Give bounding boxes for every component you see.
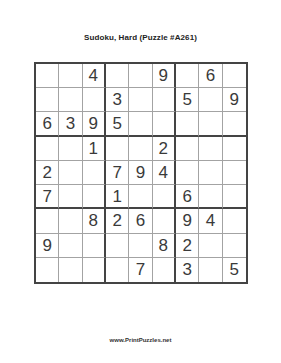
sudoku-cell-r4c3: 1 — [83, 137, 106, 161]
sudoku-cell-r6c8 — [199, 185, 222, 209]
sudoku-cell-r3c8 — [199, 112, 222, 136]
sudoku-cell-r3c1: 6 — [36, 112, 59, 136]
sudoku-cell-r5c7 — [176, 161, 199, 185]
sudoku-cell-r8c2 — [59, 234, 82, 258]
sudoku-cell-r6c3 — [83, 185, 106, 209]
puzzle-page: Sudoku, Hard (Puzzle #A261) 496359639512… — [0, 0, 281, 363]
sudoku-cell-r3c2: 3 — [59, 112, 82, 136]
sudoku-cell-r1c6: 9 — [153, 64, 176, 88]
sudoku-cell-r4c8 — [199, 137, 222, 161]
sudoku-cell-r7c4: 2 — [106, 209, 129, 233]
sudoku-cell-r8c6: 8 — [153, 234, 176, 258]
sudoku-cell-r5c5: 9 — [129, 161, 152, 185]
footer-url: www.PrintPuzzles.net — [0, 337, 281, 343]
sudoku-cell-r4c5 — [129, 137, 152, 161]
sudoku-cell-r6c5 — [129, 185, 152, 209]
sudoku-cell-r4c2 — [59, 137, 82, 161]
sudoku-cell-r5c2 — [59, 161, 82, 185]
sudoku-cell-r2c3 — [83, 88, 106, 112]
sudoku-cell-r5c9 — [223, 161, 246, 185]
sudoku-cell-r4c9 — [223, 137, 246, 161]
sudoku-cell-r5c8 — [199, 161, 222, 185]
sudoku-cell-r9c1 — [36, 258, 59, 282]
sudoku-cell-r4c1 — [36, 137, 59, 161]
sudoku-cell-r3c5 — [129, 112, 152, 136]
sudoku-cell-r6c1: 7 — [36, 185, 59, 209]
sudoku-cell-r5c6: 4 — [153, 161, 176, 185]
sudoku-cell-r9c7: 3 — [176, 258, 199, 282]
sudoku-cell-r7c6 — [153, 209, 176, 233]
sudoku-cell-r1c5 — [129, 64, 152, 88]
sudoku-cell-r2c5 — [129, 88, 152, 112]
sudoku-cell-r2c4: 3 — [106, 88, 129, 112]
sudoku-cell-r6c6 — [153, 185, 176, 209]
sudoku-cell-r4c7 — [176, 137, 199, 161]
sudoku-cell-r2c7: 5 — [176, 88, 199, 112]
sudoku-cell-r9c9: 5 — [223, 258, 246, 282]
sudoku-cell-r8c1: 9 — [36, 234, 59, 258]
sudoku-cell-r7c1 — [36, 209, 59, 233]
sudoku-cell-r9c2 — [59, 258, 82, 282]
sudoku-cell-r9c4 — [106, 258, 129, 282]
sudoku-cell-r3c4: 5 — [106, 112, 129, 136]
sudoku-cell-r1c7 — [176, 64, 199, 88]
sudoku-cell-r3c7 — [176, 112, 199, 136]
sudoku-cell-r2c8 — [199, 88, 222, 112]
sudoku-cell-r6c7: 6 — [176, 185, 199, 209]
sudoku-cell-r3c9 — [223, 112, 246, 136]
sudoku-cell-r4c4 — [106, 137, 129, 161]
sudoku-cell-r2c1 — [36, 88, 59, 112]
sudoku-cell-r9c6 — [153, 258, 176, 282]
sudoku-cell-r6c2 — [59, 185, 82, 209]
sudoku-cell-r7c2 — [59, 209, 82, 233]
sudoku-cell-r6c9 — [223, 185, 246, 209]
sudoku-cell-r1c1 — [36, 64, 59, 88]
sudoku-cell-r3c6 — [153, 112, 176, 136]
sudoku-cell-r5c3 — [83, 161, 106, 185]
sudoku-cell-r2c6 — [153, 88, 176, 112]
sudoku-cell-r7c8: 4 — [199, 209, 222, 233]
sudoku-board: 496359639512279471682694982735 — [34, 62, 248, 284]
sudoku-cell-r8c5 — [129, 234, 152, 258]
sudoku-cell-r9c3 — [83, 258, 106, 282]
sudoku-cell-r1c4 — [106, 64, 129, 88]
sudoku-cell-r2c2 — [59, 88, 82, 112]
sudoku-cell-r1c9 — [223, 64, 246, 88]
sudoku-cell-r3c3: 9 — [83, 112, 106, 136]
sudoku-cell-r9c5: 7 — [129, 258, 152, 282]
sudoku-cell-r2c9: 9 — [223, 88, 246, 112]
sudoku-cell-r8c4 — [106, 234, 129, 258]
sudoku-cell-r7c7: 9 — [176, 209, 199, 233]
sudoku-cell-r7c3: 8 — [83, 209, 106, 233]
sudoku-cell-r1c2 — [59, 64, 82, 88]
sudoku-cell-r4c6: 2 — [153, 137, 176, 161]
sudoku-cell-r7c5: 6 — [129, 209, 152, 233]
sudoku-cell-r1c3: 4 — [83, 64, 106, 88]
sudoku-cell-r8c8 — [199, 234, 222, 258]
sudoku-cell-r5c4: 7 — [106, 161, 129, 185]
sudoku-cell-r1c8: 6 — [199, 64, 222, 88]
sudoku-cell-r6c4: 1 — [106, 185, 129, 209]
sudoku-cell-r8c7: 2 — [176, 234, 199, 258]
puzzle-title: Sudoku, Hard (Puzzle #A261) — [0, 33, 281, 42]
sudoku-cell-r8c9 — [223, 234, 246, 258]
sudoku-cell-r8c3 — [83, 234, 106, 258]
sudoku-cell-r5c1: 2 — [36, 161, 59, 185]
sudoku-cell-r9c8 — [199, 258, 222, 282]
sudoku-cell-r7c9 — [223, 209, 246, 233]
